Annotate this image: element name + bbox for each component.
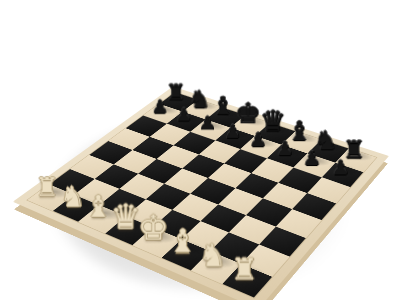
piece-black-pawn: ♟ — [324, 157, 355, 177]
chessboard-scene: ♜♞♝♚♛♝♞♜♟♟♟♟♟♟♟♟♜♞♝♛♚♝♞♜ — [0, 0, 400, 300]
piece-black-pawn: ♟ — [269, 139, 299, 158]
chess-board: ♜♞♝♚♛♝♞♜♟♟♟♟♟♟♟♟♜♞♝♛♚♝♞♜ — [13, 87, 389, 300]
piece-white-rook: ♜ — [225, 254, 262, 283]
piece-black-pawn: ♟ — [296, 148, 327, 168]
piece-black-pawn: ♟ — [243, 130, 273, 149]
board-grid: ♜♞♝♚♛♝♞♜♟♟♟♟♟♟♟♟♜♞♝♛♚♝♞♜ — [28, 92, 376, 297]
